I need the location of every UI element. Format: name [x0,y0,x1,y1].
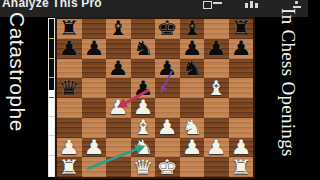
square-c5[interactable] [106,78,131,98]
piece-white-bishop: ♝ [132,118,153,137]
square-g1[interactable] [204,157,229,177]
piece-white-knight: ♞ [132,138,153,157]
piece-black-pawn: ♟ [59,39,80,58]
eval-tick [49,135,54,136]
square-f8[interactable]: ♝ [180,19,205,39]
board-grid: ♜♝♚♝♜♟♟♞♟♟♟♟♟♞♛♟♝♟♟♝♟♞♟♟♞♟♟♟♜♛♚♜ [57,19,253,177]
square-e3[interactable]: ♟ [155,118,180,138]
square-e1[interactable]: ♚ [155,157,180,177]
square-f2[interactable]: ♟ [180,138,205,158]
square-b8[interactable] [82,19,107,39]
square-d4[interactable]: ♟ [131,98,156,118]
piece-white-pawn: ♟ [83,138,104,157]
square-e8[interactable]: ♚ [155,19,180,39]
evaluation-bar [48,18,55,177]
eval-tick [49,58,54,59]
chart-icon[interactable] [245,0,261,9]
square-h8[interactable]: ♜ [229,19,254,39]
piece-white-rook: ♜ [59,158,80,177]
square-h4[interactable] [229,98,254,118]
square-a8[interactable]: ♜ [57,19,82,39]
square-d1[interactable]: ♛ [131,157,156,177]
setup-board-icon[interactable] [203,0,223,9]
square-b4[interactable] [82,98,107,118]
square-d7[interactable]: ♞ [131,39,156,59]
square-h6[interactable] [229,59,254,79]
square-g5[interactable]: ♝ [204,78,229,98]
square-a5[interactable]: ♛ [57,78,82,98]
square-b7[interactable]: ♟ [82,39,107,59]
piece-white-pawn: ♟ [230,138,251,157]
square-f6[interactable]: ♞ [180,59,205,79]
square-d6[interactable] [131,59,156,79]
piece-black-pawn: ♟ [157,59,178,78]
square-c3[interactable] [106,118,131,138]
piece-white-pawn: ♟ [157,118,178,137]
square-d8[interactable] [131,19,156,39]
square-d5[interactable]: ♟ [131,78,156,98]
eval-current-marker [49,97,54,98]
square-e6[interactable]: ♟ [155,59,180,79]
eval-tick [49,38,54,39]
square-f7[interactable]: ♟ [180,39,205,59]
square-g8[interactable] [204,19,229,39]
square-c4[interactable]: ♟ [106,98,131,118]
piece-black-queen: ♛ [59,79,80,98]
piece-black-bishop: ♝ [108,19,129,38]
piece-black-bishop: ♝ [181,19,202,38]
piece-white-king: ♚ [157,158,178,177]
square-a4[interactable] [57,98,82,118]
piece-black-pawn: ♟ [181,39,202,58]
right-caption-text: In Chess Openings [277,8,299,180]
square-h2[interactable]: ♟ [229,138,254,158]
square-c1[interactable] [106,157,131,177]
square-h7[interactable]: ♟ [229,39,254,59]
square-f3[interactable]: ♞ [180,118,205,138]
piece-white-knight: ♞ [181,118,202,137]
square-f5[interactable] [180,78,205,98]
app-bar: Analyze This Pro [0,0,308,17]
piece-black-pawn: ♟ [108,59,129,78]
square-a1[interactable]: ♜ [57,157,82,177]
square-h5[interactable] [229,78,254,98]
piece-black-knight: ♞ [181,59,202,78]
piece-black-king: ♚ [157,19,178,38]
square-g4[interactable] [204,98,229,118]
piece-black-knight: ♞ [132,39,153,58]
piece-white-rook: ♜ [230,158,251,177]
square-d2[interactable]: ♞ [131,138,156,158]
square-g7[interactable]: ♟ [204,39,229,59]
square-c2[interactable] [106,138,131,158]
square-c7[interactable] [106,39,131,59]
square-a2[interactable]: ♟ [57,138,82,158]
eval-tick [49,155,54,156]
piece-white-pawn: ♟ [206,138,227,157]
piece-black-pawn: ♟ [230,39,251,58]
setup-board-icon-box [203,1,212,9]
eval-tick [49,116,54,117]
square-e4[interactable] [155,98,180,118]
eval-tick [49,77,54,78]
square-a3[interactable] [57,118,82,138]
piece-white-pawn: ♟ [181,138,202,157]
square-f1[interactable] [180,157,205,177]
app-title: Analyze This Pro [2,0,102,10]
chart-bar [250,1,253,8]
piece-white-bishop: ♝ [206,79,227,98]
square-g6[interactable] [204,59,229,79]
piece-white-pawn: ♟ [132,98,153,117]
square-h1[interactable]: ♜ [229,157,254,177]
square-h3[interactable] [229,118,254,138]
piece-white-pawn: ♟ [108,98,129,117]
chart-bar [255,3,258,8]
setup-board-icon-line [213,2,222,4]
piece-black-rook: ♜ [59,19,80,38]
square-e5[interactable] [155,78,180,98]
square-e7[interactable] [155,39,180,59]
evaluation-bar-black-segment [49,19,54,90]
square-d3[interactable]: ♝ [131,118,156,138]
square-a7[interactable]: ♟ [57,39,82,59]
piece-black-pawn: ♟ [83,39,104,58]
piece-white-pawn: ♟ [59,138,80,157]
square-g2[interactable]: ♟ [204,138,229,158]
square-b2[interactable]: ♟ [82,138,107,158]
square-c6[interactable]: ♟ [106,59,131,79]
square-b1[interactable] [82,157,107,177]
thumbnail-stage: Analyze This Pro Catastrophe In Chess Op… [0,0,320,180]
square-c8[interactable]: ♝ [106,19,131,39]
left-caption-text: Catastrophe [5,12,29,172]
square-g3[interactable] [204,118,229,138]
chart-bar [245,3,248,8]
piece-white-queen: ♛ [132,158,153,177]
piece-black-rook: ♜ [230,19,251,38]
square-a6[interactable] [57,59,82,79]
square-e2[interactable] [155,138,180,158]
chess-board: ♜♝♚♝♜♟♟♞♟♟♟♟♟♞♛♟♝♟♟♝♟♞♟♟♞♟♟♟♜♛♚♜ [57,19,253,177]
piece-black-pawn: ♟ [206,39,227,58]
square-b6[interactable] [82,59,107,79]
square-b3[interactable] [82,118,107,138]
square-f4[interactable] [180,98,205,118]
square-b5[interactable] [82,78,107,98]
overflow-menu-dot [295,1,298,4]
piece-black-pawn: ♟ [132,79,153,98]
